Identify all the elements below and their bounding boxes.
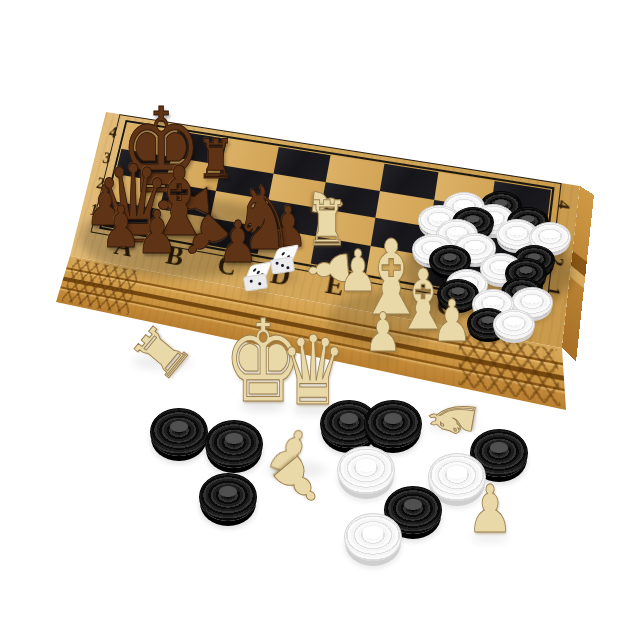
light-pawn: ♟ <box>364 306 402 360</box>
die-front-face <box>243 273 268 291</box>
black-checker <box>205 420 263 468</box>
dark-pawn: ♟ <box>136 202 178 262</box>
die-pip <box>281 252 286 256</box>
light-pawn: ♟ <box>432 292 473 350</box>
light-pawn: ♟ <box>467 477 513 543</box>
die-pip <box>250 279 254 283</box>
rank-label-right-4: 4 <box>553 191 573 219</box>
die-front-face <box>270 256 295 274</box>
die-pip <box>258 282 262 286</box>
die-pip <box>275 262 279 266</box>
side-groove-line <box>571 251 587 277</box>
black-checker <box>150 408 208 456</box>
die-pip <box>281 264 285 268</box>
chess-set-product-photo: chess + draughts 3-in-1 wooden folding b… <box>0 0 625 625</box>
white-checker <box>344 513 402 561</box>
dark-pawn: ♟ <box>218 213 259 271</box>
black-checker <box>199 473 257 521</box>
die-1 <box>244 264 270 294</box>
black-checker <box>364 400 422 448</box>
die-2 <box>271 247 297 277</box>
die-pip <box>286 266 290 270</box>
white-checker <box>493 309 535 340</box>
white-checker <box>337 446 395 494</box>
